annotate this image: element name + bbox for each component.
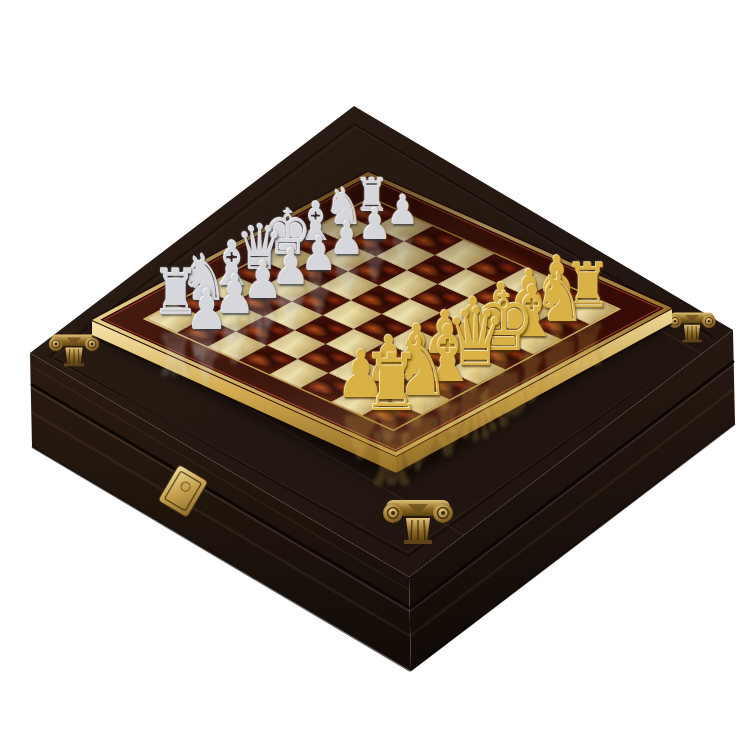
piece-silver-pawn-h7[interactable]: ♟ xyxy=(387,190,418,231)
piece-reflection: ♟ xyxy=(188,337,226,387)
piece-gold-rook-a1[interactable]: ♜ xyxy=(362,344,422,423)
piece-silver-pawn-a7[interactable]: ♟ xyxy=(185,282,228,338)
piece-reflection: ♟ xyxy=(360,245,389,284)
pieces-layer: ♜♜♞♞♝♝♛♛♚♚♝♝♞♞♜♜♟♟♟♟♟♟♟♟♟♟♟♟♟♟♟♟♟♟♟♟♟♟♟♟… xyxy=(0,0,750,750)
piece-reflection: ♜ xyxy=(365,421,419,492)
piece-reflection: ♟ xyxy=(389,230,417,267)
chess-set-photo: ♜♜♞♞♝♝♛♛♚♚♝♝♞♞♜♜♟♟♟♟♟♟♟♟♟♟♟♟♟♟♟♟♟♟♟♟♟♟♟♟… xyxy=(0,0,750,750)
